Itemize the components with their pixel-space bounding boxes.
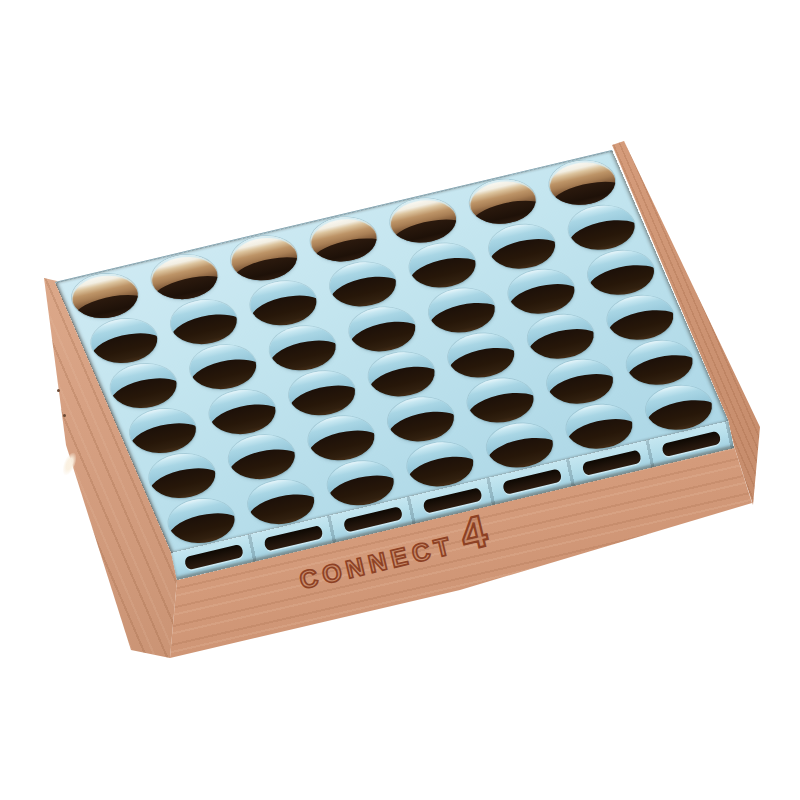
board-hole[interactable] — [421, 282, 502, 338]
board-hole[interactable] — [542, 155, 623, 211]
board-hole[interactable] — [163, 294, 244, 350]
board-hole[interactable] — [380, 391, 461, 447]
board-hole[interactable] — [520, 308, 601, 364]
board-hole[interactable] — [182, 339, 263, 395]
board-hole[interactable] — [202, 384, 283, 440]
board-hole[interactable] — [303, 211, 384, 267]
board-hole[interactable] — [83, 313, 164, 369]
board-hole[interactable] — [221, 429, 302, 485]
board-hole[interactable] — [539, 353, 620, 409]
board-hole[interactable] — [64, 268, 145, 324]
board-hole[interactable] — [341, 301, 422, 357]
board-hole[interactable] — [103, 358, 184, 414]
wood-speck — [57, 389, 60, 392]
board-hole[interactable] — [322, 256, 403, 312]
board-hole[interactable] — [460, 372, 541, 428]
board-hole[interactable] — [501, 263, 582, 319]
board-hole[interactable] — [580, 245, 661, 301]
board-hole[interactable] — [561, 200, 642, 256]
board-hole[interactable] — [600, 290, 681, 346]
board-hole[interactable] — [402, 237, 483, 293]
board-hole[interactable] — [281, 365, 362, 421]
board-hole[interactable] — [619, 335, 700, 391]
board-hole[interactable] — [481, 218, 562, 274]
board-hole[interactable] — [223, 230, 304, 286]
board-hole[interactable] — [301, 410, 382, 466]
board-hole[interactable] — [262, 320, 343, 376]
board-hole[interactable] — [144, 249, 225, 305]
board-hole[interactable] — [440, 327, 521, 383]
board-hole[interactable] — [462, 173, 543, 229]
board-hole[interactable] — [122, 403, 203, 459]
board-hole[interactable] — [361, 346, 442, 402]
board-hole[interactable] — [243, 275, 324, 331]
board-hole[interactable] — [382, 192, 463, 248]
board-hole[interactable] — [141, 448, 222, 504]
connect4-product-photo: CONNECT 4 — [0, 0, 800, 800]
wood-speck — [63, 414, 66, 417]
